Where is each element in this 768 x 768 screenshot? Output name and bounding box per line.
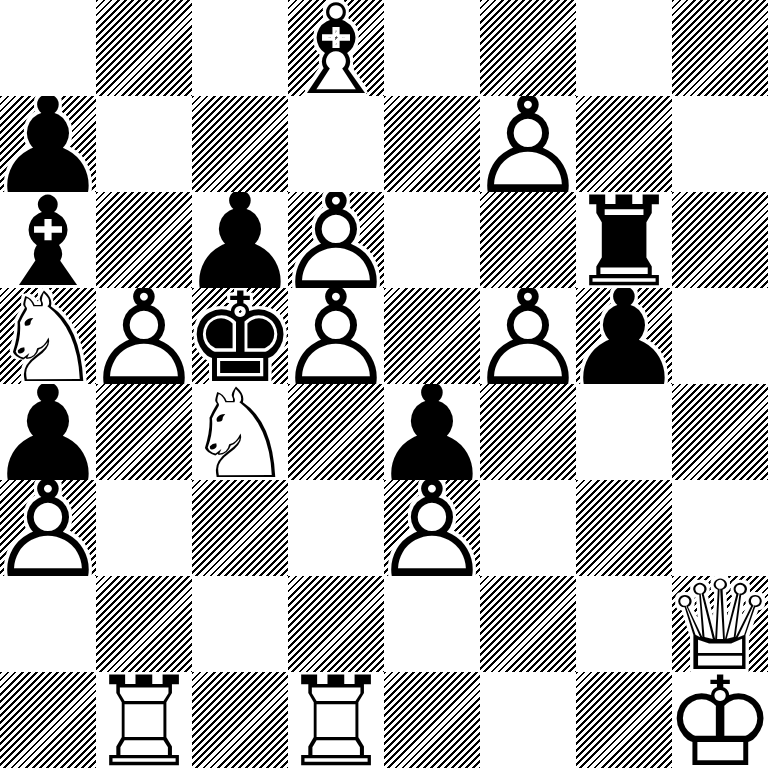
square-b3[interactable] bbox=[96, 480, 192, 576]
square-c2[interactable] bbox=[192, 576, 288, 672]
square-d7[interactable] bbox=[288, 96, 384, 192]
square-h6[interactable] bbox=[672, 192, 768, 288]
square-c3[interactable] bbox=[192, 480, 288, 576]
piece-black-pawn[interactable]: ♟♟ bbox=[0, 96, 96, 192]
square-f8[interactable] bbox=[480, 0, 576, 96]
chess-board: ♝♗♟♟♟♙♝♝♟♟♟♙♜♜♞♘♟♙♚♚♟♙♟♙♟♟♟♟♞♘♟♟♟♙♟♙♛♕♜♖… bbox=[0, 0, 768, 768]
square-a7[interactable]: ♟♟ bbox=[0, 96, 96, 192]
square-h8[interactable] bbox=[672, 0, 768, 96]
square-c5[interactable]: ♚♚ bbox=[192, 288, 288, 384]
square-b7[interactable] bbox=[96, 96, 192, 192]
square-h5[interactable] bbox=[672, 288, 768, 384]
square-e3[interactable]: ♟♙ bbox=[384, 480, 480, 576]
square-f5[interactable]: ♟♙ bbox=[480, 288, 576, 384]
square-f6[interactable] bbox=[480, 192, 576, 288]
square-g4[interactable] bbox=[576, 384, 672, 480]
square-e7[interactable] bbox=[384, 96, 480, 192]
piece-black-bishop[interactable]: ♝♝ bbox=[0, 192, 96, 288]
black-king-glyph: ♚ bbox=[192, 290, 288, 384]
square-b6[interactable] bbox=[96, 192, 192, 288]
square-d6[interactable]: ♟♙ bbox=[288, 192, 384, 288]
piece-white-pawn[interactable]: ♟♙ bbox=[0, 480, 96, 576]
square-e2[interactable] bbox=[384, 576, 480, 672]
piece-white-king[interactable]: ♚♔ bbox=[672, 672, 768, 768]
square-g2[interactable] bbox=[576, 576, 672, 672]
black-pawn-glyph: ♟ bbox=[192, 194, 288, 288]
piece-black-rook[interactable]: ♜♜ bbox=[576, 192, 672, 288]
piece-white-bishop[interactable]: ♝♗ bbox=[288, 0, 384, 96]
piece-white-pawn[interactable]: ♟♙ bbox=[384, 480, 480, 576]
square-b8[interactable] bbox=[96, 0, 192, 96]
piece-white-knight[interactable]: ♞♘ bbox=[192, 384, 288, 480]
square-c1[interactable] bbox=[192, 672, 288, 768]
square-a4[interactable]: ♟♟ bbox=[0, 384, 96, 480]
white-pawn-glyph: ♙ bbox=[96, 290, 192, 384]
white-rook-glyph: ♖ bbox=[288, 674, 384, 768]
square-c4[interactable]: ♞♘ bbox=[192, 384, 288, 480]
piece-white-pawn[interactable]: ♟♙ bbox=[480, 96, 576, 192]
square-a3[interactable]: ♟♙ bbox=[0, 480, 96, 576]
white-knight-glyph: ♘ bbox=[192, 386, 288, 480]
white-pawn-glyph: ♙ bbox=[288, 290, 384, 384]
square-e4[interactable]: ♟♟ bbox=[384, 384, 480, 480]
piece-white-knight[interactable]: ♞♘ bbox=[0, 288, 96, 384]
square-e8[interactable] bbox=[384, 0, 480, 96]
square-h3[interactable] bbox=[672, 480, 768, 576]
piece-black-king[interactable]: ♚♚ bbox=[192, 288, 288, 384]
square-g7[interactable] bbox=[576, 96, 672, 192]
square-e6[interactable] bbox=[384, 192, 480, 288]
piece-black-pawn[interactable]: ♟♟ bbox=[0, 384, 96, 480]
square-b5[interactable]: ♟♙ bbox=[96, 288, 192, 384]
square-g3[interactable] bbox=[576, 480, 672, 576]
piece-black-pawn[interactable]: ♟♟ bbox=[192, 192, 288, 288]
black-rook-glyph: ♜ bbox=[576, 194, 672, 288]
square-d3[interactable] bbox=[288, 480, 384, 576]
square-a5[interactable]: ♞♘ bbox=[0, 288, 96, 384]
piece-white-pawn[interactable]: ♟♙ bbox=[480, 288, 576, 384]
square-c6[interactable]: ♟♟ bbox=[192, 192, 288, 288]
square-b1[interactable]: ♜♖ bbox=[96, 672, 192, 768]
square-f7[interactable]: ♟♙ bbox=[480, 96, 576, 192]
square-d8[interactable]: ♝♗ bbox=[288, 0, 384, 96]
white-pawn-glyph: ♙ bbox=[480, 98, 576, 192]
piece-white-pawn[interactable]: ♟♙ bbox=[288, 192, 384, 288]
piece-white-rook[interactable]: ♜♖ bbox=[96, 672, 192, 768]
white-pawn-glyph: ♙ bbox=[0, 482, 96, 576]
square-d1[interactable]: ♜♖ bbox=[288, 672, 384, 768]
square-a1[interactable] bbox=[0, 672, 96, 768]
white-queen-glyph: ♕ bbox=[672, 578, 768, 672]
square-g1[interactable] bbox=[576, 672, 672, 768]
square-a8[interactable] bbox=[0, 0, 96, 96]
piece-white-pawn[interactable]: ♟♙ bbox=[96, 288, 192, 384]
square-f3[interactable] bbox=[480, 480, 576, 576]
square-d2[interactable] bbox=[288, 576, 384, 672]
square-b2[interactable] bbox=[96, 576, 192, 672]
square-h1[interactable]: ♚♔ bbox=[672, 672, 768, 768]
square-f4[interactable] bbox=[480, 384, 576, 480]
square-h2[interactable]: ♛♕ bbox=[672, 576, 768, 672]
square-e1[interactable] bbox=[384, 672, 480, 768]
white-bishop-glyph: ♗ bbox=[288, 2, 384, 96]
black-pawn-glyph: ♟ bbox=[0, 98, 96, 192]
square-d5[interactable]: ♟♙ bbox=[288, 288, 384, 384]
white-pawn-glyph: ♙ bbox=[288, 194, 384, 288]
square-f2[interactable] bbox=[480, 576, 576, 672]
piece-white-queen[interactable]: ♛♕ bbox=[672, 576, 768, 672]
white-rook-glyph: ♖ bbox=[96, 674, 192, 768]
white-pawn-glyph: ♙ bbox=[384, 482, 480, 576]
piece-white-pawn[interactable]: ♟♙ bbox=[288, 288, 384, 384]
square-h7[interactable] bbox=[672, 96, 768, 192]
piece-black-pawn[interactable]: ♟♟ bbox=[384, 384, 480, 480]
black-pawn-glyph: ♟ bbox=[0, 386, 96, 480]
white-pawn-glyph: ♙ bbox=[480, 290, 576, 384]
square-g8[interactable] bbox=[576, 0, 672, 96]
piece-white-rook[interactable]: ♜♖ bbox=[288, 672, 384, 768]
black-pawn-glyph: ♟ bbox=[384, 386, 480, 480]
square-g6[interactable]: ♜♜ bbox=[576, 192, 672, 288]
black-bishop-glyph: ♝ bbox=[0, 194, 96, 288]
square-e5[interactable] bbox=[384, 288, 480, 384]
square-c7[interactable] bbox=[192, 96, 288, 192]
black-pawn-glyph: ♟ bbox=[576, 290, 672, 384]
square-a2[interactable] bbox=[0, 576, 96, 672]
square-g5[interactable]: ♟♟ bbox=[576, 288, 672, 384]
square-h4[interactable] bbox=[672, 384, 768, 480]
piece-black-pawn[interactable]: ♟♟ bbox=[576, 288, 672, 384]
white-king-glyph: ♔ bbox=[672, 674, 768, 768]
square-a6[interactable]: ♝♝ bbox=[0, 192, 96, 288]
square-d4[interactable] bbox=[288, 384, 384, 480]
square-f1[interactable] bbox=[480, 672, 576, 768]
square-c8[interactable] bbox=[192, 0, 288, 96]
square-b4[interactable] bbox=[96, 384, 192, 480]
white-knight-glyph: ♘ bbox=[0, 290, 96, 384]
